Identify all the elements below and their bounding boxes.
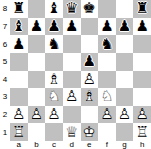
square-f2[interactable]: ♟♙ — [98, 106, 116, 124]
piece-glyph: ♞ — [45, 35, 63, 53]
piece-outline-glyph: ♘ — [45, 88, 63, 106]
rank-label-1: 1 — [0, 123, 10, 141]
square-c4[interactable]: ♝♗ — [45, 71, 63, 89]
square-e7[interactable] — [81, 18, 99, 36]
square-g2[interactable]: ♟♙ — [116, 106, 134, 124]
square-c8[interactable]: ♝ — [45, 0, 63, 18]
square-f5[interactable] — [98, 53, 116, 71]
piece-outline-glyph: ♕ — [63, 123, 81, 141]
square-b4[interactable] — [28, 71, 46, 89]
square-f3[interactable]: ♞♘ — [98, 88, 116, 106]
file-label-h: h — [133, 141, 151, 149]
piece-white-pawn-d3[interactable]: ♟♙ — [63, 88, 81, 106]
piece-outline-glyph: ♙ — [116, 106, 134, 124]
piece-white-pawn-a2[interactable]: ♟♙ — [10, 106, 28, 124]
piece-outline-glyph: ♙ — [98, 106, 116, 124]
piece-black-bishop-c8[interactable]: ♝ — [45, 0, 63, 18]
piece-white-pawn-c2[interactable]: ♟♙ — [45, 106, 63, 124]
square-c7[interactable]: ♟ — [45, 18, 63, 36]
piece-outline-glyph: ♙ — [81, 71, 99, 89]
piece-black-rook-a8[interactable]: ♜ — [10, 0, 28, 18]
square-b8[interactable] — [28, 0, 46, 18]
file-label-c: c — [45, 141, 63, 149]
piece-outline-glyph: ♙ — [10, 106, 28, 124]
piece-black-pawn-g7[interactable]: ♟ — [116, 18, 134, 36]
file-label-a: a — [10, 141, 28, 149]
square-g6[interactable] — [116, 35, 134, 53]
piece-black-rook-h8[interactable]: ♜ — [133, 0, 151, 18]
piece-black-pawn-c7[interactable]: ♟ — [45, 18, 63, 36]
piece-glyph: ♟ — [98, 18, 116, 36]
square-a1[interactable]: ♜♖ — [10, 123, 28, 141]
rank-label-7: 7 — [0, 18, 10, 36]
piece-glyph: ♟ — [28, 18, 46, 36]
piece-black-pawn-e5[interactable]: ♟ — [81, 53, 99, 71]
square-h8[interactable]: ♜ — [133, 0, 151, 18]
piece-black-pawn-d7[interactable]: ♟ — [63, 18, 81, 36]
file-label-f: f — [98, 141, 116, 149]
piece-black-pawn-f7[interactable]: ♟ — [98, 18, 116, 36]
piece-black-knight-f6[interactable]: ♞ — [98, 35, 116, 53]
piece-black-king-e8[interactable]: ♚ — [81, 0, 99, 18]
piece-black-bishop-a7[interactable]: ♝ — [10, 18, 28, 36]
piece-white-bishop-c4[interactable]: ♝♗ — [45, 71, 63, 89]
rank-labels: 87654321 — [0, 0, 10, 141]
square-g3[interactable] — [116, 88, 134, 106]
piece-outline-glyph: ♔ — [81, 123, 99, 141]
piece-glyph: ♚ — [81, 0, 99, 18]
piece-white-pawn-g2[interactable]: ♟♙ — [116, 106, 134, 124]
square-d4[interactable] — [63, 71, 81, 89]
square-b5[interactable] — [28, 53, 46, 71]
file-label-d: d — [63, 141, 81, 149]
chess-board-ui: 87654321 ♜♝♛♚♜♝♟♟♟♟♟♟♟♞♞♟♝♗♟♙♞♘♟♙♝♗♞♘♟♙♟… — [0, 0, 151, 149]
file-label-e: e — [81, 141, 99, 149]
square-c1[interactable] — [45, 123, 63, 141]
square-b2[interactable]: ♟♙ — [28, 106, 46, 124]
square-h5[interactable] — [133, 53, 151, 71]
piece-glyph: ♟ — [10, 35, 28, 53]
piece-white-bishop-e3[interactable]: ♝♗ — [81, 88, 99, 106]
square-h1[interactable]: ♜♖ — [133, 123, 151, 141]
piece-outline-glyph: ♘ — [98, 88, 116, 106]
square-h2[interactable]: ♟♙ — [133, 106, 151, 124]
square-b1[interactable] — [28, 123, 46, 141]
piece-white-pawn-f2[interactable]: ♟♙ — [98, 106, 116, 124]
square-a5[interactable] — [10, 53, 28, 71]
piece-glyph: ♛ — [63, 0, 81, 18]
piece-white-pawn-b2[interactable]: ♟♙ — [28, 106, 46, 124]
square-g1[interactable] — [116, 123, 134, 141]
square-d7[interactable]: ♟ — [63, 18, 81, 36]
square-g5[interactable] — [116, 53, 134, 71]
piece-glyph: ♝ — [10, 18, 28, 36]
piece-white-pawn-h2[interactable]: ♟♙ — [133, 106, 151, 124]
piece-glyph: ♟ — [45, 18, 63, 36]
piece-black-knight-c6[interactable]: ♞ — [45, 35, 63, 53]
square-a2[interactable]: ♟♙ — [10, 106, 28, 124]
square-e2[interactable] — [81, 106, 99, 124]
piece-black-queen-d8[interactable]: ♛ — [63, 0, 81, 18]
square-h3[interactable] — [133, 88, 151, 106]
square-a4[interactable] — [10, 71, 28, 89]
piece-outline-glyph: ♖ — [10, 123, 28, 141]
square-d8[interactable]: ♛ — [63, 0, 81, 18]
square-g7[interactable]: ♟ — [116, 18, 134, 36]
square-b7[interactable]: ♟ — [28, 18, 46, 36]
rank-label-2: 2 — [0, 106, 10, 124]
square-d1[interactable]: ♛♕ — [63, 123, 81, 141]
square-h4[interactable] — [133, 71, 151, 89]
piece-black-pawn-a6[interactable]: ♟ — [10, 35, 28, 53]
file-label-g: g — [116, 141, 134, 149]
square-d5[interactable] — [63, 53, 81, 71]
square-h7[interactable]: ♟ — [133, 18, 151, 36]
square-g4[interactable] — [116, 71, 134, 89]
piece-glyph: ♜ — [10, 0, 28, 18]
square-e4[interactable]: ♟♙ — [81, 71, 99, 89]
square-a3[interactable] — [10, 88, 28, 106]
rank-label-3: 3 — [0, 88, 10, 106]
piece-white-king-e1[interactable]: ♚♔ — [81, 123, 99, 141]
piece-white-rook-a1[interactable]: ♜♖ — [10, 123, 28, 141]
square-a8[interactable]: ♜ — [10, 0, 28, 18]
square-a7[interactable]: ♝ — [10, 18, 28, 36]
square-e6[interactable] — [81, 35, 99, 53]
piece-white-knight-f3[interactable]: ♞♘ — [98, 88, 116, 106]
piece-outline-glyph: ♙ — [45, 106, 63, 124]
square-f1[interactable] — [98, 123, 116, 141]
square-a6[interactable]: ♟ — [10, 35, 28, 53]
piece-outline-glyph: ♙ — [63, 88, 81, 106]
square-f6[interactable]: ♞ — [98, 35, 116, 53]
piece-white-rook-h1[interactable]: ♜♖ — [133, 123, 151, 141]
piece-outline-glyph: ♙ — [133, 106, 151, 124]
piece-glyph: ♟ — [133, 18, 151, 36]
square-f4[interactable] — [98, 71, 116, 89]
rank-label-4: 4 — [0, 71, 10, 89]
piece-outline-glyph: ♙ — [28, 106, 46, 124]
square-d6[interactable] — [63, 35, 81, 53]
square-e1[interactable]: ♚♔ — [81, 123, 99, 141]
board: ♜♝♛♚♜♝♟♟♟♟♟♟♟♞♞♟♝♗♟♙♞♘♟♙♝♗♞♘♟♙♟♙♟♙♟♙♟♙♟♙… — [10, 0, 151, 141]
piece-outline-glyph: ♗ — [81, 88, 99, 106]
file-labels: abcdefgh — [10, 141, 151, 149]
piece-black-pawn-b7[interactable]: ♟ — [28, 18, 46, 36]
piece-white-queen-d1[interactable]: ♛♕ — [63, 123, 81, 141]
rank-label-6: 6 — [0, 35, 10, 53]
piece-glyph: ♝ — [45, 0, 63, 18]
piece-glyph: ♞ — [98, 35, 116, 53]
square-d2[interactable] — [63, 106, 81, 124]
square-c2[interactable]: ♟♙ — [45, 106, 63, 124]
piece-outline-glyph: ♖ — [133, 123, 151, 141]
rank-label-5: 5 — [0, 53, 10, 71]
square-d3[interactable]: ♟♙ — [63, 88, 81, 106]
square-e8[interactable]: ♚ — [81, 0, 99, 18]
piece-glyph: ♟ — [81, 53, 99, 71]
rank-label-8: 8 — [0, 0, 10, 18]
square-f8[interactable] — [98, 0, 116, 18]
square-h6[interactable] — [133, 35, 151, 53]
square-f7[interactable]: ♟ — [98, 18, 116, 36]
square-b6[interactable] — [28, 35, 46, 53]
file-label-b: b — [28, 141, 46, 149]
piece-glyph: ♟ — [116, 18, 134, 36]
square-e3[interactable]: ♝♗ — [81, 88, 99, 106]
piece-glyph: ♟ — [63, 18, 81, 36]
piece-glyph: ♜ — [133, 0, 151, 18]
piece-black-pawn-h7[interactable]: ♟ — [133, 18, 151, 36]
piece-white-knight-c3[interactable]: ♞♘ — [45, 88, 63, 106]
square-c5[interactable] — [45, 53, 63, 71]
square-g8[interactable] — [116, 0, 134, 18]
piece-white-pawn-e4[interactable]: ♟♙ — [81, 71, 99, 89]
piece-outline-glyph: ♗ — [45, 71, 63, 89]
square-c6[interactable]: ♞ — [45, 35, 63, 53]
square-b3[interactable] — [28, 88, 46, 106]
square-e5[interactable]: ♟ — [81, 53, 99, 71]
square-c3[interactable]: ♞♘ — [45, 88, 63, 106]
